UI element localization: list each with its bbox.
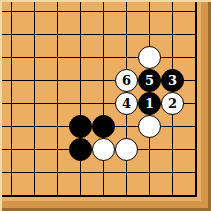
grid-line-vertical-2 [34, 2, 35, 197]
move-number: 2 [168, 97, 177, 110]
black-stone-c5-r6 [92, 115, 115, 138]
grid-line-horizontal-1 [2, 11, 197, 12]
white-stone-move-2-c8-r5: 2 [161, 92, 184, 115]
move-number: 5 [145, 74, 154, 87]
grid-line-vertical-1 [11, 2, 12, 197]
grid-line-vertical-3 [57, 2, 58, 197]
grid-line-horizontal-8 [2, 172, 197, 173]
white-stone-c7-r3 [138, 46, 161, 69]
board-margin-left [0, 0, 2, 211]
board-frame-right-shadow [201, 2, 208, 211]
grid-line-vertical-4 [80, 2, 81, 197]
board-frame-bottom-shadow [2, 201, 211, 208]
board-frame-right-edge [208, 2, 211, 211]
move-number: 6 [122, 74, 131, 87]
black-stone-move-3-c8-r4: 3 [161, 69, 184, 92]
black-stone-c4-r7 [69, 138, 92, 161]
black-stone-move-1-c7-r5: 1 [138, 92, 161, 115]
go-diagram: 653412 [0, 0, 211, 211]
grid-line-horizontal-3 [2, 57, 197, 58]
black-stone-move-5-c7-r4: 5 [138, 69, 161, 92]
move-number: 1 [145, 97, 154, 110]
white-stone-move-4-c6-r5: 4 [115, 92, 138, 115]
move-number: 3 [168, 74, 177, 87]
go-board: 653412 [0, 0, 211, 211]
grid-line-horizontal-2 [2, 34, 197, 35]
board-frame-bottom-edge [2, 208, 211, 211]
grid-line-vertical-9 [195, 2, 197, 197]
white-stone-c7-r6 [138, 115, 161, 138]
white-stone-c5-r7 [92, 138, 115, 161]
black-stone-c4-r6 [69, 115, 92, 138]
grid-line-vertical-5 [103, 2, 104, 197]
board-margin-top [0, 0, 211, 2]
white-stone-move-6-c6-r4: 6 [115, 69, 138, 92]
white-stone-c6-r7 [115, 138, 138, 161]
move-number: 4 [122, 97, 131, 110]
grid-line-horizontal-9 [2, 195, 197, 197]
